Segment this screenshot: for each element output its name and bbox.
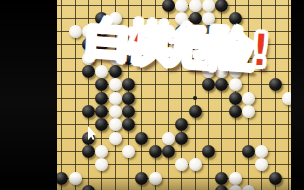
black-stone — [82, 145, 95, 158]
black-stone — [82, 185, 95, 190]
white-stone — [255, 145, 268, 158]
white-stone — [162, 132, 175, 145]
grid-line — [57, 124, 291, 125]
black-stone — [175, 132, 188, 145]
black-stone — [215, 78, 228, 91]
black-stone — [122, 92, 135, 105]
black-stone — [162, 145, 175, 158]
black-stone — [95, 78, 108, 91]
white-stone — [175, 0, 188, 12]
black-stone — [122, 118, 135, 131]
white-stone — [189, 0, 202, 12]
black-stone — [95, 118, 108, 131]
black-stone — [229, 105, 242, 118]
white-stone — [109, 92, 122, 105]
white-stone — [69, 172, 82, 185]
black-stone — [189, 105, 202, 118]
black-stone — [215, 185, 228, 190]
white-stone — [109, 78, 122, 91]
white-stone — [282, 92, 291, 105]
white-stone — [255, 158, 268, 171]
black-stone — [95, 105, 108, 118]
white-stone — [109, 118, 122, 131]
letterbox-left — [0, 0, 57, 190]
grid-line — [57, 98, 291, 99]
black-stone — [95, 92, 108, 105]
grid-line — [57, 84, 291, 85]
white-stone — [95, 145, 108, 158]
black-stone — [215, 0, 228, 12]
black-stone — [215, 172, 228, 185]
white-stone — [95, 65, 108, 78]
black-stone — [202, 78, 215, 91]
black-stone — [149, 145, 162, 158]
black-stone — [242, 145, 255, 158]
white-stone — [69, 25, 82, 38]
white-stone — [242, 92, 255, 105]
black-stone — [82, 105, 95, 118]
black-stone — [202, 145, 215, 158]
black-stone — [57, 172, 68, 185]
black-stone — [269, 78, 282, 91]
grid-line — [57, 178, 291, 179]
black-stone — [162, 0, 175, 12]
white-stone — [95, 158, 108, 171]
white-stone — [229, 78, 242, 91]
white-stone — [122, 145, 135, 158]
white-stone — [109, 132, 122, 145]
black-stone — [135, 132, 148, 145]
black-stone — [175, 118, 188, 131]
video-frame: 白棋危险! — [0, 0, 304, 190]
white-stone — [229, 185, 242, 190]
white-stone — [149, 172, 162, 185]
white-stone — [229, 172, 242, 185]
black-stone — [269, 172, 282, 185]
point-marker — [193, 96, 197, 100]
black-stone — [135, 172, 148, 185]
white-stone — [175, 158, 188, 171]
white-stone — [189, 158, 202, 171]
black-stone — [229, 92, 242, 105]
black-stone — [82, 65, 95, 78]
white-stone — [109, 105, 122, 118]
white-stone — [242, 105, 255, 118]
white-stone — [202, 0, 215, 12]
white-stone — [242, 185, 255, 190]
black-stone — [122, 105, 135, 118]
black-stone — [122, 78, 135, 91]
grid-line — [61, 0, 62, 190]
